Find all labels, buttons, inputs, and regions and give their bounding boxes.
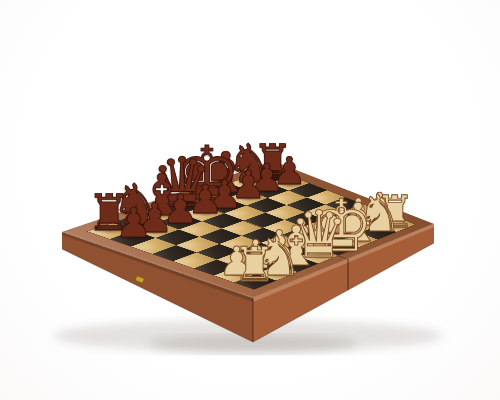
chess-set-photo: ♜♞♝♛♚♝♞♜♟♟♟♟♟♟♟♟♟♟♟♟♟♟♟♟♜♞♝♛♚♝♞♜ — [0, 0, 500, 400]
